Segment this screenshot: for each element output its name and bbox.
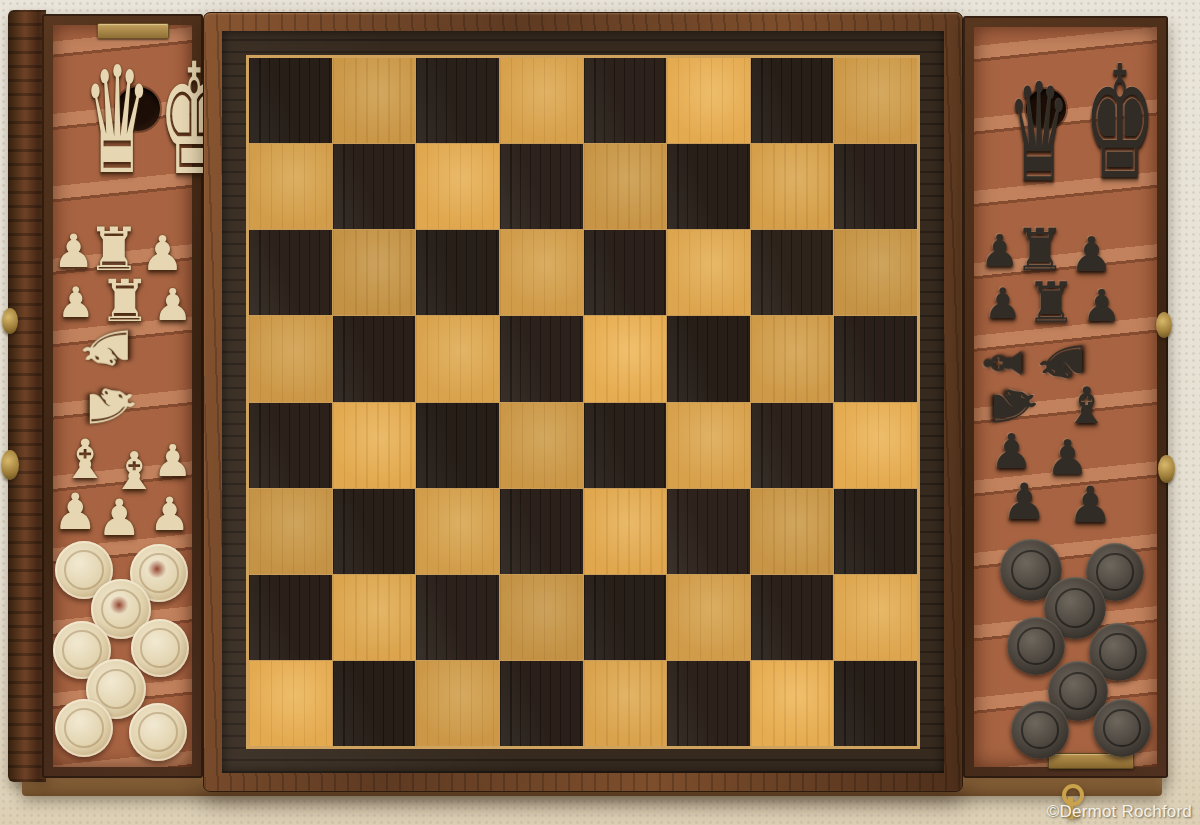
board-square xyxy=(500,489,583,574)
board-square xyxy=(584,575,667,660)
board-square xyxy=(500,58,583,143)
board-square xyxy=(416,144,499,229)
board-square xyxy=(249,316,332,401)
board-square xyxy=(249,661,332,746)
board-square xyxy=(584,58,667,143)
brass-clasp-knob xyxy=(1156,312,1172,338)
board-square xyxy=(667,144,750,229)
black-queen: ♛ xyxy=(1007,65,1070,201)
board-dark-surround xyxy=(222,31,944,773)
board-square xyxy=(584,403,667,488)
photo-stage: ♛♚♟♜♟♟♜♟♞♞♝♝♟♟♟♟ ♛♚♟♜♟♟♜♟♝♞♞♝♟♟♟♟ ©Dermo… xyxy=(0,0,1200,825)
checker-stain xyxy=(109,596,129,614)
board-square xyxy=(416,661,499,746)
board-square xyxy=(751,575,834,660)
board-square xyxy=(333,316,416,401)
board-square xyxy=(584,316,667,401)
board-square xyxy=(333,58,416,143)
white-checker xyxy=(55,699,113,757)
board-square xyxy=(500,144,583,229)
board-square xyxy=(751,144,834,229)
board-square xyxy=(249,489,332,574)
white-queen: ♛ xyxy=(83,47,152,195)
board-square xyxy=(667,58,750,143)
black-king: ♚ xyxy=(1084,45,1157,201)
board-square xyxy=(667,230,750,315)
board-grid xyxy=(246,55,920,749)
board-square xyxy=(834,230,917,315)
brass-clasp-knob xyxy=(1,450,19,480)
board-square xyxy=(834,489,917,574)
black-checker xyxy=(1093,699,1151,757)
board-square xyxy=(333,661,416,746)
board-square xyxy=(667,316,750,401)
board-square xyxy=(416,575,499,660)
board-square xyxy=(333,575,416,660)
board-square xyxy=(333,230,416,315)
board-square xyxy=(416,316,499,401)
board-square xyxy=(667,575,750,660)
board-square xyxy=(834,575,917,660)
black-pawn: ♟ xyxy=(990,427,1033,475)
board-square xyxy=(500,661,583,746)
board-square xyxy=(416,489,499,574)
board-square xyxy=(751,230,834,315)
board-square xyxy=(667,403,750,488)
board-square xyxy=(416,403,499,488)
white-pawn: ♟ xyxy=(57,282,95,324)
board-square xyxy=(249,575,332,660)
board-outer-frame xyxy=(203,12,963,792)
board-square xyxy=(751,661,834,746)
board-square xyxy=(333,403,416,488)
white-pawn: ♟ xyxy=(53,487,98,537)
black-pawn: ♟ xyxy=(1082,284,1121,328)
board-square xyxy=(416,230,499,315)
black-pawn: ♟ xyxy=(1070,230,1113,278)
board-square xyxy=(584,661,667,746)
board-square xyxy=(249,230,332,315)
board-square xyxy=(500,316,583,401)
board-square xyxy=(834,661,917,746)
board-square xyxy=(751,403,834,488)
black-checker xyxy=(1007,617,1065,675)
white-knight: ♞ xyxy=(76,320,138,376)
white-pieces-tray: ♛♚♟♜♟♟♜♟♞♞♝♝♟♟♟♟ xyxy=(42,14,203,778)
board-square xyxy=(333,144,416,229)
board-square xyxy=(500,403,583,488)
white-pawn: ♟ xyxy=(153,283,192,327)
white-knight: ♞ xyxy=(80,378,142,434)
white-checker xyxy=(131,619,189,677)
board-square xyxy=(834,144,917,229)
board-square xyxy=(249,403,332,488)
black-bishop: ♝ xyxy=(1064,381,1109,431)
board-square xyxy=(249,58,332,143)
board-square xyxy=(834,58,917,143)
box-left-spine xyxy=(8,10,46,782)
board-square xyxy=(751,489,834,574)
white-pawn: ♟ xyxy=(153,439,192,483)
board-square xyxy=(500,230,583,315)
chess-board xyxy=(203,12,963,792)
white-pawn: ♟ xyxy=(149,491,190,537)
board-square xyxy=(584,489,667,574)
board-square xyxy=(834,316,917,401)
board-square xyxy=(500,575,583,660)
black-pawn: ♟ xyxy=(1002,477,1047,527)
board-square xyxy=(416,58,499,143)
brass-clasp-knob xyxy=(2,308,18,334)
board-square xyxy=(667,489,750,574)
board-square xyxy=(584,230,667,315)
black-pawn: ♟ xyxy=(1046,433,1089,481)
board-square xyxy=(249,144,332,229)
brass-clasp-knob xyxy=(1158,455,1175,483)
board-square xyxy=(667,661,750,746)
board-square xyxy=(834,403,917,488)
white-pawn: ♟ xyxy=(97,493,142,543)
black-pawn: ♟ xyxy=(984,283,1022,325)
board-square xyxy=(751,316,834,401)
white-checker xyxy=(129,703,187,761)
white-bishop: ♝ xyxy=(61,433,109,487)
board-square xyxy=(584,144,667,229)
black-pawn: ♟ xyxy=(1068,480,1113,530)
black-pieces-tray: ♛♚♟♜♟♟♜♟♝♞♞♝♟♟♟♟ xyxy=(963,16,1168,778)
board-square xyxy=(751,58,834,143)
black-checker xyxy=(1011,701,1069,759)
black-rook: ♜ xyxy=(1026,275,1076,331)
checker-stain xyxy=(147,560,167,577)
photo-credit: ©Dermot Rochford xyxy=(1047,802,1192,822)
board-square xyxy=(333,489,416,574)
